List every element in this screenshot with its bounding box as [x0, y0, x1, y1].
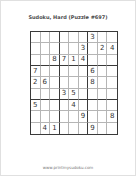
sudoku-cell-r3c1: [31, 55, 41, 66]
sudoku-cell-r6c3: [50, 89, 60, 100]
sudoku-cell-r3c3: 8: [50, 55, 60, 66]
sudoku-cell-r8c7: [88, 111, 98, 122]
sudoku-cell-r7c5: 4: [69, 100, 79, 111]
sudoku-cell-r7c6: [79, 100, 89, 111]
sudoku-cell-r1c7: 3: [88, 32, 98, 43]
sudoku-cell-r9c2: 4: [41, 123, 51, 134]
sudoku-cell-r3c6: 4: [79, 55, 89, 66]
sudoku-cell-r3c5: 1: [69, 55, 79, 66]
sudoku-cell-r6c7: [88, 89, 98, 100]
sudoku-cell-r8c4: [60, 111, 70, 122]
sudoku-cell-r9c4: [60, 123, 70, 134]
sudoku-cell-r2c3: [50, 43, 60, 54]
sudoku-cell-r4c7: 6: [88, 66, 98, 77]
sudoku-cell-r4c6: [79, 66, 89, 77]
sudoku-cell-r6c9: [107, 89, 117, 100]
sudoku-cell-r9c5: [69, 123, 79, 134]
sudoku-cell-r2c6: 3: [79, 43, 89, 54]
sudoku-cell-r5c6: [79, 77, 89, 88]
sudoku-cell-r2c7: [88, 43, 98, 54]
sudoku-cell-r9c3: 1: [50, 123, 60, 134]
sudoku-cell-r2c8: 2: [98, 43, 108, 54]
sudoku-cell-r8c3: [50, 111, 60, 122]
sudoku-cell-r3c7: [88, 55, 98, 66]
sudoku-cell-r8c6: 9: [79, 111, 89, 122]
sudoku-cell-r3c2: [41, 55, 51, 66]
sudoku-cell-r5c3: [50, 77, 60, 88]
sudoku-cell-r4c5: [69, 66, 79, 77]
sudoku-print-page: Sudoku, Hard (Puzzle #697) 3324871476268…: [0, 0, 136, 176]
sudoku-cell-r7c1: 5: [31, 100, 41, 111]
sudoku-cell-r1c6: [79, 32, 89, 43]
sudoku-cell-r8c5: [69, 111, 79, 122]
sudoku-cell-r1c1: [31, 32, 41, 43]
sudoku-cell-r8c2: [41, 111, 51, 122]
sudoku-cell-r2c9: 4: [107, 43, 117, 54]
footer-url: www.printmysudoku.com: [1, 165, 135, 170]
sudoku-cell-r5c7: 8: [88, 77, 98, 88]
sudoku-cell-r3c4: 7: [60, 55, 70, 66]
sudoku-cell-r4c9: [107, 66, 117, 77]
sudoku-cell-r3c9: [107, 55, 117, 66]
sudoku-cell-r5c1: 2: [31, 77, 41, 88]
sudoku-cell-r4c1: 7: [31, 66, 41, 77]
sudoku-cell-r6c6: [79, 89, 89, 100]
sudoku-cell-r3c8: [98, 55, 108, 66]
sudoku-board: 3324871476268355498419: [30, 31, 118, 135]
sudoku-cell-r9c6: [79, 123, 89, 134]
sudoku-cell-r1c5: [69, 32, 79, 43]
sudoku-cell-r5c5: [69, 77, 79, 88]
sudoku-cell-r4c8: [98, 66, 108, 77]
sudoku-cell-r8c1: [31, 111, 41, 122]
sudoku-cell-r7c3: [50, 100, 60, 111]
sudoku-cell-r2c1: [31, 43, 41, 54]
sudoku-cell-r1c2: [41, 32, 51, 43]
sudoku-cell-r4c3: [50, 66, 60, 77]
sudoku-cell-r9c8: [98, 123, 108, 134]
sudoku-cell-r8c8: [98, 111, 108, 122]
sudoku-cell-r7c7: [88, 100, 98, 111]
sudoku-cell-r8c9: 8: [107, 111, 117, 122]
sudoku-cell-r5c2: 6: [41, 77, 51, 88]
sudoku-cell-r7c9: [107, 100, 117, 111]
sudoku-cell-r9c7: 9: [88, 123, 98, 134]
sudoku-cell-r4c2: [41, 66, 51, 77]
sudoku-cell-r2c5: [69, 43, 79, 54]
sudoku-cell-r1c8: [98, 32, 108, 43]
sudoku-cell-r5c9: [107, 77, 117, 88]
sudoku-cell-r1c4: [60, 32, 70, 43]
sudoku-cell-r5c8: [98, 77, 108, 88]
sudoku-cell-r7c8: [98, 100, 108, 111]
sudoku-cell-r6c2: [41, 89, 51, 100]
sudoku-cell-r9c9: [107, 123, 117, 134]
sudoku-cell-r1c9: [107, 32, 117, 43]
sudoku-cell-r9c1: [31, 123, 41, 134]
sudoku-cell-r7c2: [41, 100, 51, 111]
sudoku-cell-r6c1: [31, 89, 41, 100]
sudoku-cell-r2c4: [60, 43, 70, 54]
page-title: Sudoku, Hard (Puzzle #697): [1, 14, 135, 20]
sudoku-cell-r6c8: [98, 89, 108, 100]
sudoku-cell-r6c5: 5: [69, 89, 79, 100]
sudoku-cell-r7c4: [60, 100, 70, 111]
sudoku-cell-r5c4: [60, 77, 70, 88]
sudoku-cell-r1c3: [50, 32, 60, 43]
sudoku-cell-r2c2: [41, 43, 51, 54]
sudoku-cell-r6c4: 3: [60, 89, 70, 100]
sudoku-cell-r4c4: [60, 66, 70, 77]
